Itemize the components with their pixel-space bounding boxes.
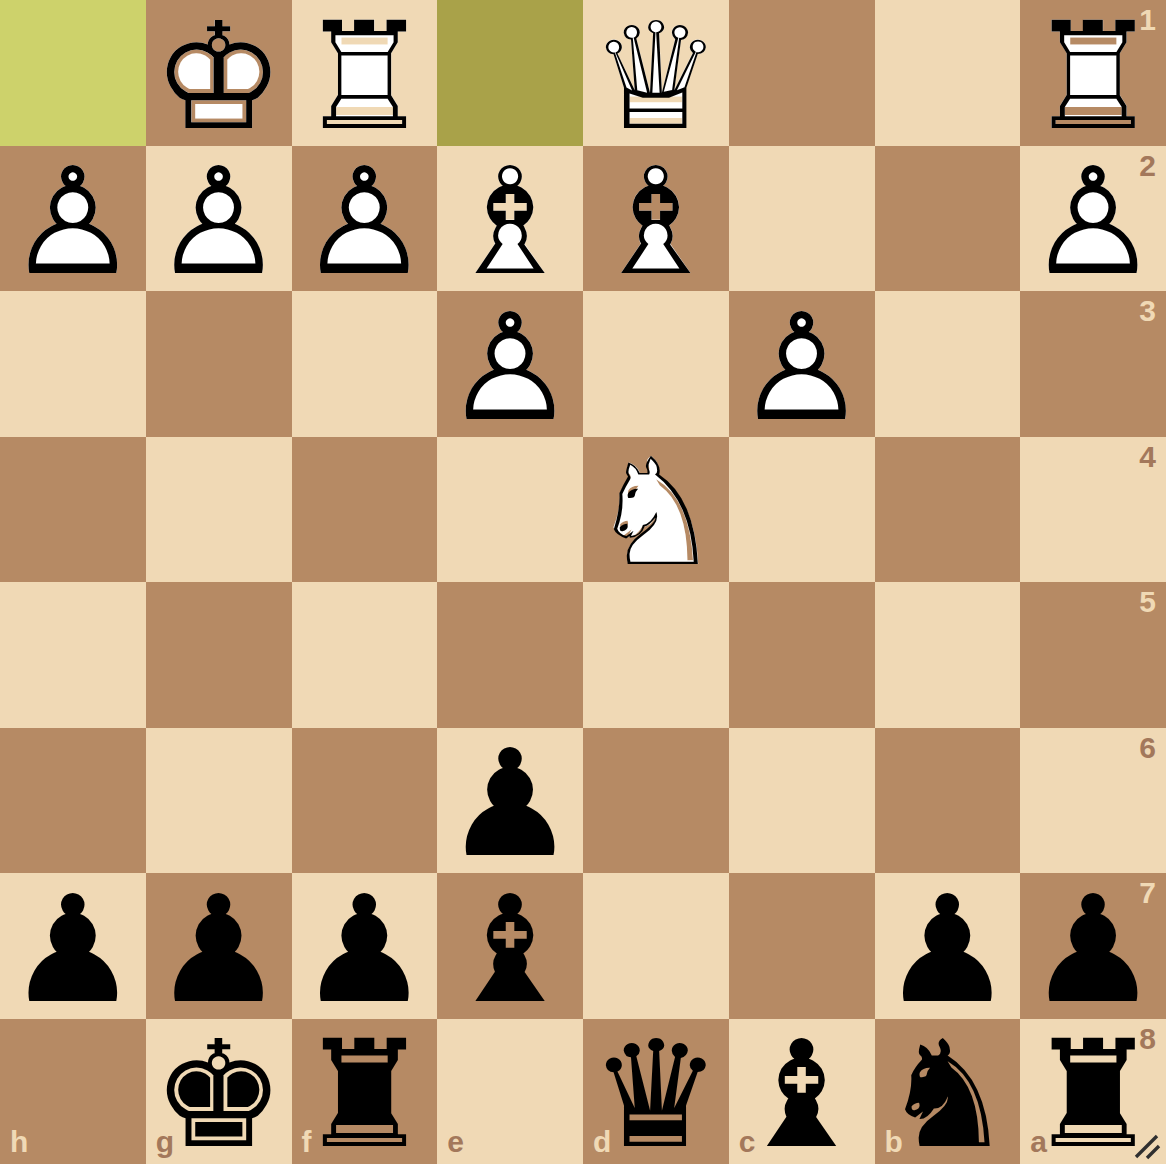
- square-h4[interactable]: [0, 437, 146, 583]
- square-f7[interactable]: ♟: [292, 873, 438, 1019]
- square-c4[interactable]: [729, 437, 875, 583]
- piece-white-queen[interactable]: ♛♕: [583, 0, 729, 146]
- square-c1[interactable]: [729, 0, 875, 146]
- square-f3[interactable]: [292, 291, 438, 437]
- rank-label-5: 5: [1139, 585, 1156, 619]
- square-d8[interactable]: ♛d: [583, 1019, 729, 1164]
- square-a3[interactable]: 3: [1020, 291, 1166, 437]
- square-h2[interactable]: ♟♙: [0, 146, 146, 292]
- piece-black-rook[interactable]: ♜: [292, 1019, 438, 1164]
- piece-black-pawn[interactable]: ♟: [292, 873, 438, 1019]
- piece-black-bishop[interactable]: ♝: [437, 873, 583, 1019]
- square-e1[interactable]: [437, 0, 583, 146]
- square-b8[interactable]: ♞b: [875, 1019, 1021, 1164]
- square-d2[interactable]: ♝♗: [583, 146, 729, 292]
- piece-white-pawn[interactable]: ♟♙: [729, 291, 875, 437]
- square-a4[interactable]: 4: [1020, 437, 1166, 583]
- square-d4[interactable]: ♞♘: [583, 437, 729, 583]
- square-e8[interactable]: e: [437, 1019, 583, 1164]
- square-h1[interactable]: [0, 0, 146, 146]
- piece-white-bishop[interactable]: ♝♗: [583, 146, 729, 292]
- square-e3[interactable]: ♟♙: [437, 291, 583, 437]
- square-d6[interactable]: [583, 728, 729, 874]
- square-f6[interactable]: [292, 728, 438, 874]
- piece-white-bishop[interactable]: ♝♗: [437, 146, 583, 292]
- square-a7[interactable]: ♟7: [1020, 873, 1166, 1019]
- square-f8[interactable]: ♜f: [292, 1019, 438, 1164]
- square-c3[interactable]: ♟♙: [729, 291, 875, 437]
- square-a1[interactable]: ♜♖1: [1020, 0, 1166, 146]
- square-f2[interactable]: ♟♙: [292, 146, 438, 292]
- piece-white-pawn[interactable]: ♟♙: [0, 146, 146, 292]
- square-f1[interactable]: ♜♖: [292, 0, 438, 146]
- piece-black-pawn[interactable]: ♟: [875, 873, 1021, 1019]
- square-b1[interactable]: [875, 0, 1021, 146]
- square-g5[interactable]: [146, 582, 292, 728]
- square-g1[interactable]: ♚♔: [146, 0, 292, 146]
- piece-white-pawn[interactable]: ♟♙: [146, 146, 292, 292]
- square-g3[interactable]: [146, 291, 292, 437]
- square-g7[interactable]: ♟: [146, 873, 292, 1019]
- square-c2[interactable]: [729, 146, 875, 292]
- square-a5[interactable]: 5: [1020, 582, 1166, 728]
- square-c6[interactable]: [729, 728, 875, 874]
- square-g2[interactable]: ♟♙: [146, 146, 292, 292]
- square-b4[interactable]: [875, 437, 1021, 583]
- square-c7[interactable]: [729, 873, 875, 1019]
- square-e7[interactable]: ♝: [437, 873, 583, 1019]
- rank-label-7: 7: [1139, 876, 1156, 910]
- square-h7[interactable]: ♟: [0, 873, 146, 1019]
- square-h8[interactable]: h: [0, 1019, 146, 1164]
- square-d3[interactable]: [583, 291, 729, 437]
- square-d1[interactable]: ♛♕: [583, 0, 729, 146]
- square-g4[interactable]: [146, 437, 292, 583]
- file-label-c: c: [739, 1125, 756, 1159]
- piece-white-rook[interactable]: ♜♖: [292, 0, 438, 146]
- file-label-a: a: [1030, 1125, 1047, 1159]
- square-h6[interactable]: [0, 728, 146, 874]
- square-c5[interactable]: [729, 582, 875, 728]
- square-b5[interactable]: [875, 582, 1021, 728]
- square-d7[interactable]: [583, 873, 729, 1019]
- file-label-f: f: [302, 1125, 312, 1159]
- square-h5[interactable]: [0, 582, 146, 728]
- square-e2[interactable]: ♝♗: [437, 146, 583, 292]
- square-b3[interactable]: [875, 291, 1021, 437]
- rank-label-4: 4: [1139, 440, 1156, 474]
- square-a6[interactable]: 6: [1020, 728, 1166, 874]
- file-label-h: h: [10, 1125, 28, 1159]
- square-b6[interactable]: [875, 728, 1021, 874]
- piece-black-pawn[interactable]: ♟: [0, 873, 146, 1019]
- file-label-e: e: [447, 1125, 464, 1159]
- rank-label-3: 3: [1139, 294, 1156, 328]
- rank-label-1: 1: [1139, 3, 1156, 37]
- piece-white-pawn[interactable]: ♟♙: [437, 291, 583, 437]
- file-label-d: d: [593, 1125, 611, 1159]
- square-f5[interactable]: [292, 582, 438, 728]
- piece-black-pawn[interactable]: ♟: [437, 728, 583, 874]
- rank-label-2: 2: [1139, 149, 1156, 183]
- square-e5[interactable]: [437, 582, 583, 728]
- resize-handle-icon[interactable]: [1133, 1132, 1161, 1160]
- square-d5[interactable]: [583, 582, 729, 728]
- rank-label-8: 8: [1139, 1022, 1156, 1056]
- square-a2[interactable]: ♟♙2: [1020, 146, 1166, 292]
- rank-label-6: 6: [1139, 731, 1156, 765]
- square-b2[interactable]: [875, 146, 1021, 292]
- chess-board: ♚♔♜♖♛♕♜♖1♟♙♟♙♟♙♝♗♝♗♟♙2♟♙♟♙3♞♘45♟6♟♟♟♝♟♟7…: [0, 0, 1166, 1164]
- square-c8[interactable]: ♝c: [729, 1019, 875, 1164]
- square-b7[interactable]: ♟: [875, 873, 1021, 1019]
- piece-black-pawn[interactable]: ♟: [146, 873, 292, 1019]
- file-label-g: g: [156, 1125, 174, 1159]
- square-h3[interactable]: [0, 291, 146, 437]
- file-label-b: b: [885, 1125, 903, 1159]
- piece-white-knight[interactable]: ♞♘: [583, 437, 729, 583]
- square-e6[interactable]: ♟: [437, 728, 583, 874]
- square-e4[interactable]: [437, 437, 583, 583]
- square-f4[interactable]: [292, 437, 438, 583]
- square-g6[interactable]: [146, 728, 292, 874]
- piece-white-pawn[interactable]: ♟♙: [292, 146, 438, 292]
- piece-white-king[interactable]: ♚♔: [146, 0, 292, 146]
- square-g8[interactable]: ♚g: [146, 1019, 292, 1164]
